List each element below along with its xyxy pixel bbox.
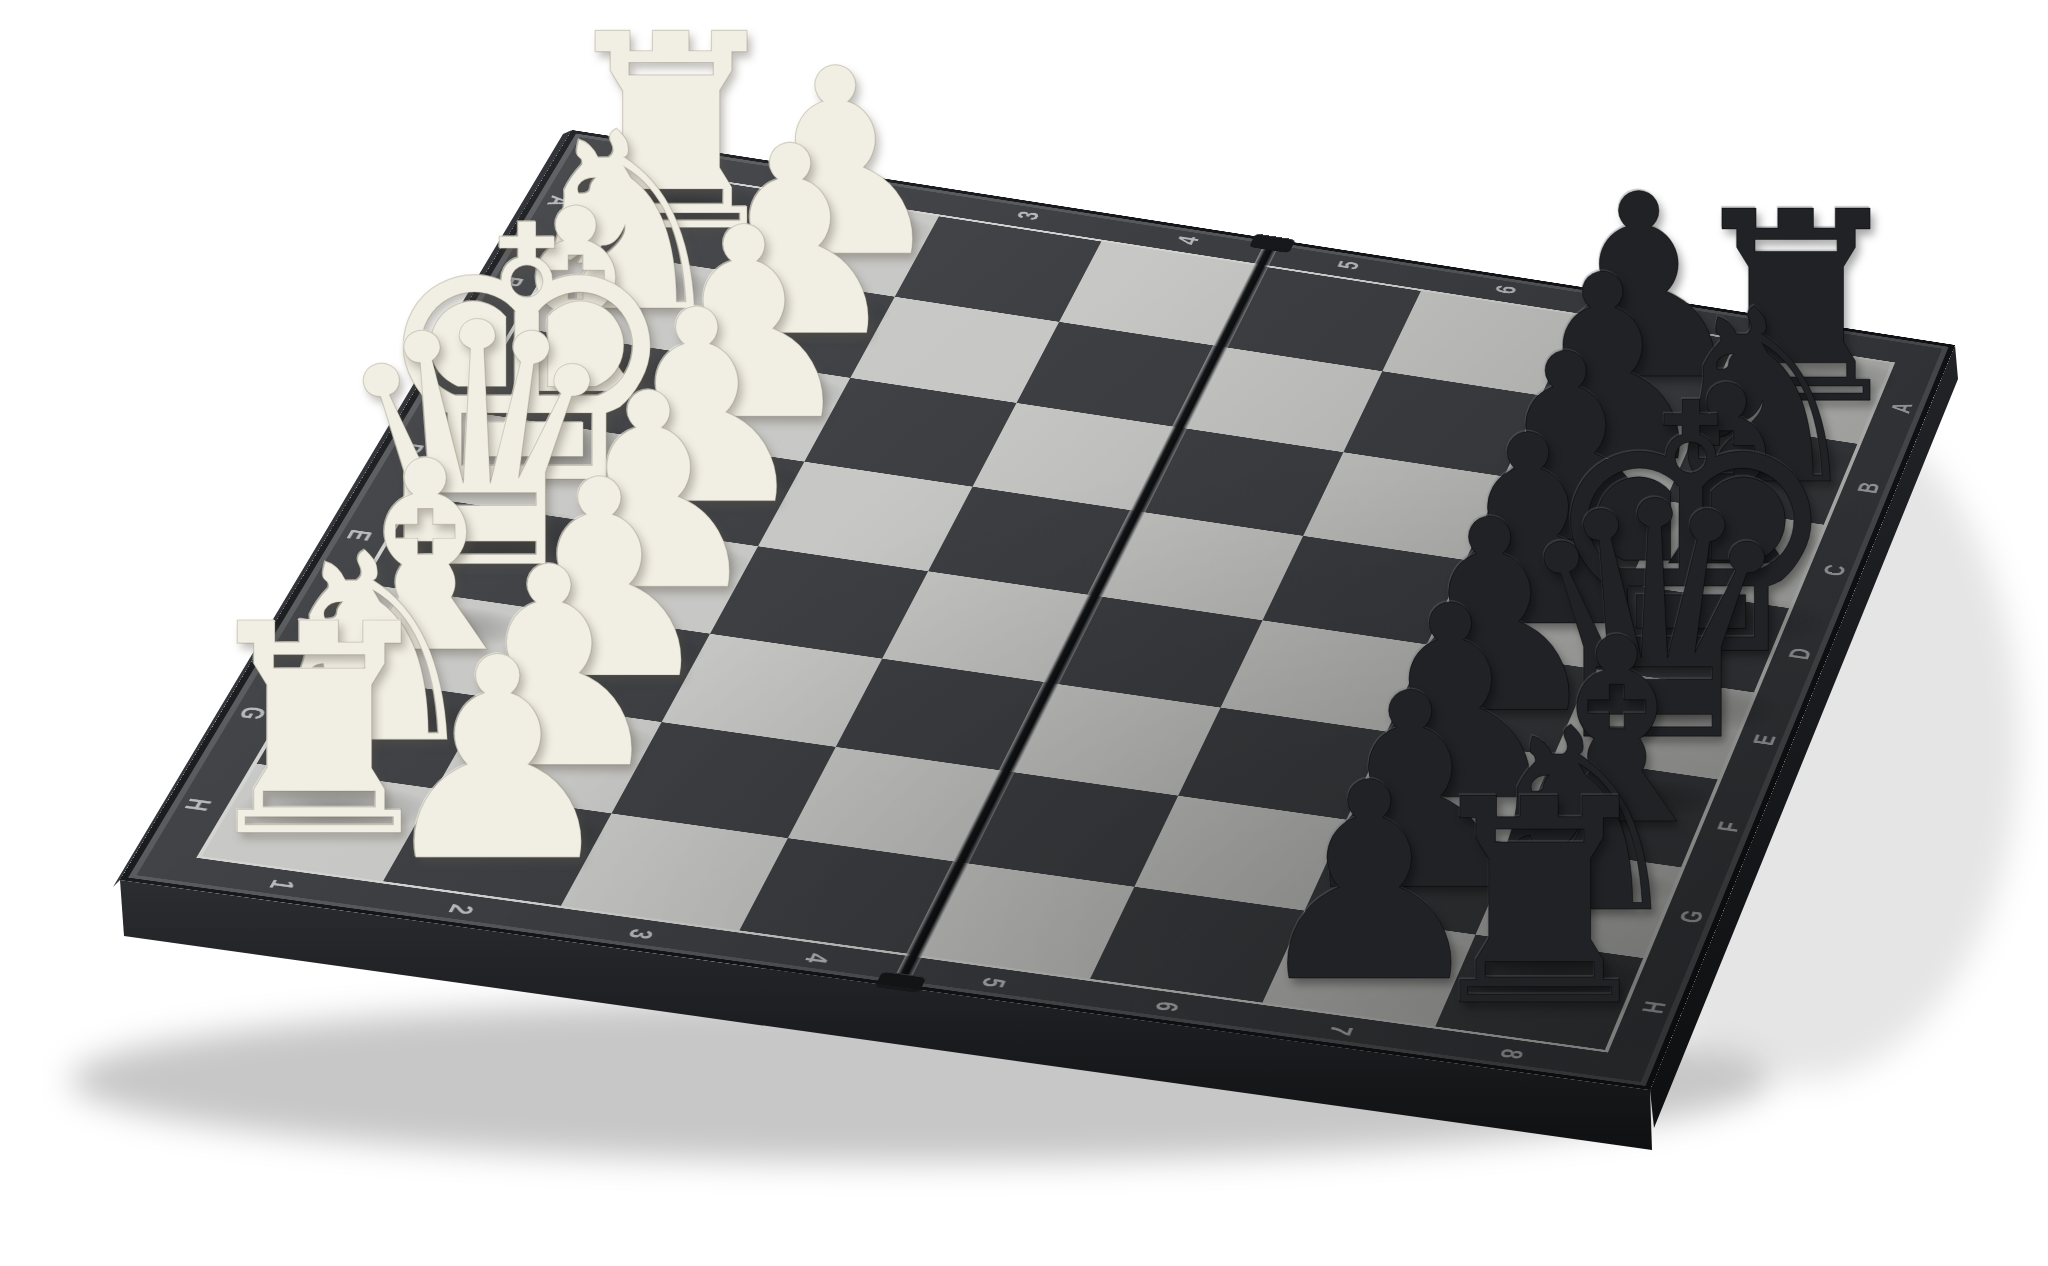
label-far-rank-4: 4	[1172, 234, 1203, 246]
label-far-rank-3: 3	[1011, 209, 1043, 221]
rook-icon: ♜	[1413, 762, 1667, 1045]
label-far-rank-5: 5	[1332, 259, 1363, 271]
label-near-rank-3: 3	[624, 928, 659, 941]
label-near-rank-5: 5	[977, 976, 1011, 989]
label-near-rank-6: 6	[1151, 1000, 1185, 1013]
white-pawn-h2[interactable]: ♟	[373, 621, 623, 900]
label-near-rank-4: 4	[801, 952, 836, 965]
chess-set-photo: AA11BB22CC33DD44EE55FF66GG77HH88 ♜♞♝♚♛♝♞…	[0, 0, 2048, 1266]
black-rook-h8[interactable]: ♜	[1413, 762, 1667, 1045]
pawn-icon: ♟	[373, 621, 623, 900]
